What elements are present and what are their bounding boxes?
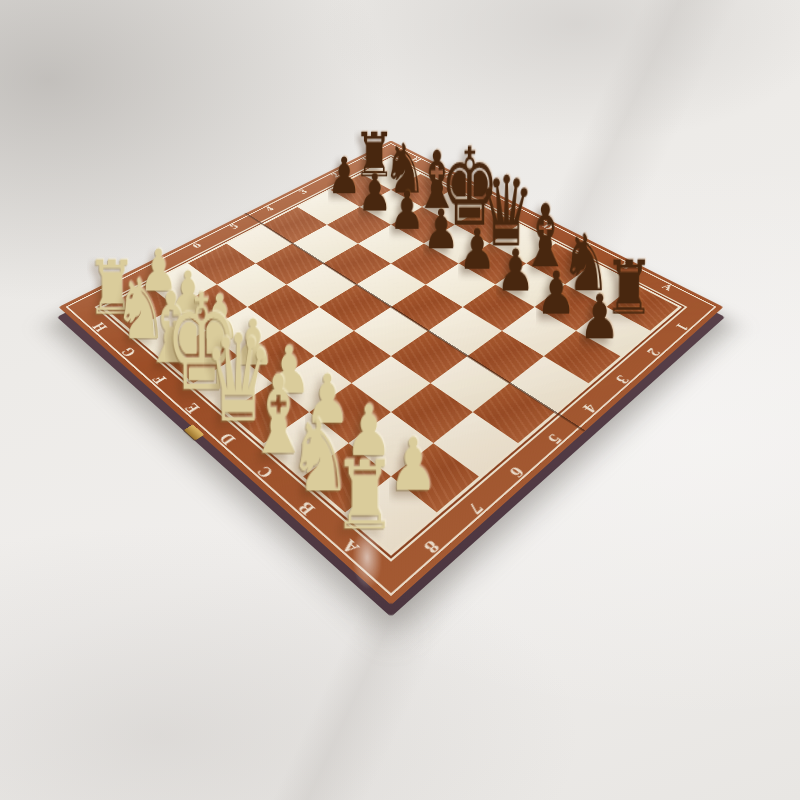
square-b6: [391, 383, 473, 443]
square-c7: ♟: [309, 383, 391, 443]
board-grid: ♜♞♝♚♛♝♞♜♟♟♟♟♟♟♟♟♟♟♟♟♟♟♟♟♜♞♝♚♛♝♞♜: [104, 159, 678, 552]
photo-scene: HGFEDCBA HGFEDCBA 12345678 12345678 ♜♞♝♚…: [0, 0, 800, 800]
square-c6: [351, 356, 430, 412]
playing-field: ♜♞♝♚♛♝♞♜♟♟♟♟♟♟♟♟♟♟♟♟♟♟♟♟♜♞♝♚♛♝♞♜: [95, 155, 688, 562]
chess-board: HGFEDCBA HGFEDCBA 12345678 12345678 ♜♞♝♚…: [59, 140, 724, 604]
glare-scuff: [351, 527, 383, 591]
